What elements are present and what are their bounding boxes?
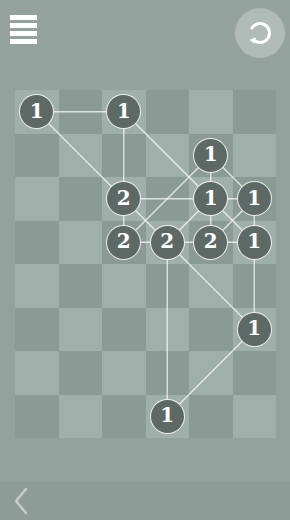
app-root: { "game": "hashi-style number-line puzzl… (0, 0, 290, 520)
node-value: 2 (117, 188, 131, 208)
puzzle-node[interactable]: 1 (150, 399, 185, 434)
node-value: 1 (247, 188, 261, 208)
menu-button[interactable] (10, 15, 37, 44)
node-value: 1 (247, 231, 261, 251)
node-value: 1 (204, 188, 218, 208)
puzzle-board: 111211222111 (15, 90, 276, 438)
node-value: 1 (247, 318, 261, 338)
chevron-left-icon (10, 486, 32, 516)
puzzle-node[interactable]: 2 (150, 225, 185, 260)
node-value: 1 (204, 144, 218, 164)
edge-lines-layer (15, 90, 276, 438)
hamburger-menu-icon (10, 39, 37, 44)
restart-circular-arrow-icon (235, 8, 285, 58)
edge-line (167, 329, 254, 416)
node-value: 2 (117, 231, 131, 251)
hamburger-menu-icon (10, 31, 37, 36)
node-value: 1 (30, 101, 44, 121)
puzzle-node[interactable]: 1 (237, 312, 272, 347)
hamburger-menu-icon (10, 15, 37, 20)
back-button[interactable] (8, 486, 34, 516)
node-value: 1 (117, 101, 131, 121)
restart-button[interactable] (235, 8, 285, 58)
puzzle-node[interactable]: 1 (237, 181, 272, 216)
bottom-bar (0, 482, 290, 520)
node-value: 1 (160, 405, 174, 425)
node-value: 2 (204, 231, 218, 251)
node-value: 2 (160, 231, 174, 251)
puzzle-node[interactable]: 1 (193, 138, 228, 173)
puzzle-node[interactable]: 1 (237, 225, 272, 260)
puzzle-node[interactable]: 2 (193, 225, 228, 260)
hamburger-menu-icon (10, 23, 37, 28)
puzzle-node[interactable]: 2 (106, 225, 141, 260)
